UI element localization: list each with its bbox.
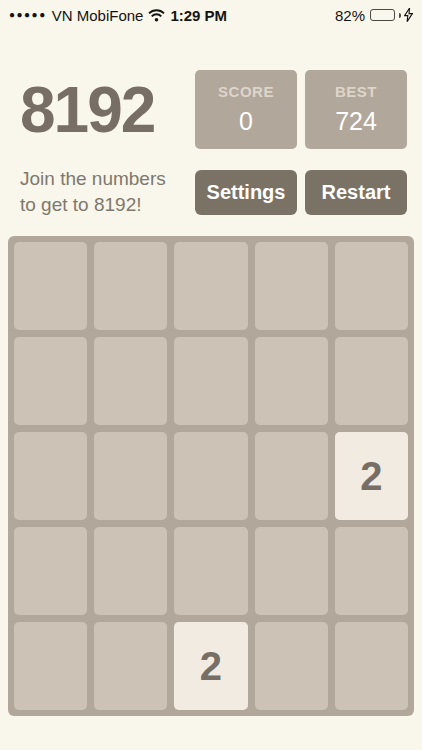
board-cell-r2c4 bbox=[255, 337, 328, 425]
sub-header: Join the numbers to get to 8192! Setting… bbox=[20, 166, 407, 218]
settings-button[interactable]: Settings bbox=[195, 170, 297, 215]
best-value: 724 bbox=[335, 107, 377, 136]
restart-button[interactable]: Restart bbox=[305, 170, 407, 215]
board-cell-r5c3: 2 bbox=[174, 622, 247, 710]
board-cell-r2c2 bbox=[94, 337, 167, 425]
board-cell-r2c1 bbox=[14, 337, 87, 425]
header: 8192 SCORE 0 BEST 724 bbox=[20, 70, 407, 149]
board-cell-r1c4 bbox=[255, 242, 328, 330]
battery-nub bbox=[399, 13, 401, 18]
instructions-line1: Join the numbers bbox=[20, 166, 166, 192]
carrier-label: VN MobiFone bbox=[52, 7, 144, 24]
score-value: 0 bbox=[239, 107, 253, 136]
signal-strength-icon: ●●●●● bbox=[9, 9, 47, 20]
board-cell-r1c5 bbox=[335, 242, 408, 330]
best-label: BEST bbox=[335, 83, 377, 100]
board-cell-r4c5 bbox=[335, 527, 408, 615]
wifi-icon bbox=[148, 9, 165, 22]
board-cell-r5c5 bbox=[335, 622, 408, 710]
board-cell-r5c1 bbox=[14, 622, 87, 710]
app-screen: ●●●●● VN MobiFone 1:29 PM 82% bbox=[0, 0, 422, 750]
board-cell-r4c2 bbox=[94, 527, 167, 615]
board-cell-r2c3 bbox=[174, 337, 247, 425]
board-cell-r5c4 bbox=[255, 622, 328, 710]
board-cell-r5c2 bbox=[94, 622, 167, 710]
battery-icon bbox=[370, 9, 395, 21]
game-board[interactable]: 22 bbox=[8, 236, 414, 716]
clock-label: 1:29 PM bbox=[170, 7, 227, 24]
board-cell-r1c2 bbox=[94, 242, 167, 330]
board-cell-r2c5 bbox=[335, 337, 408, 425]
best-box: BEST 724 bbox=[305, 70, 407, 149]
board-cell-r3c3 bbox=[174, 432, 247, 520]
board-cell-r4c3 bbox=[174, 527, 247, 615]
board-cell-r3c2 bbox=[94, 432, 167, 520]
tile-2-r3c5: 2 bbox=[335, 432, 408, 520]
page-title: 8192 bbox=[20, 78, 154, 142]
score-box: SCORE 0 bbox=[195, 70, 297, 149]
score-label: SCORE bbox=[218, 83, 274, 100]
board-cell-r3c5: 2 bbox=[335, 432, 408, 520]
board-cell-r1c3 bbox=[174, 242, 247, 330]
board-cell-r4c4 bbox=[255, 527, 328, 615]
charging-bolt-icon bbox=[404, 8, 413, 22]
status-bar: ●●●●● VN MobiFone 1:29 PM 82% bbox=[0, 0, 422, 28]
board-cell-r3c4 bbox=[255, 432, 328, 520]
board-cell-r4c1 bbox=[14, 527, 87, 615]
board-cell-r3c1 bbox=[14, 432, 87, 520]
instructions-line2: to get to 8192! bbox=[20, 192, 166, 218]
board-cell-r1c1 bbox=[14, 242, 87, 330]
tile-2-r5c3: 2 bbox=[174, 622, 247, 710]
battery-percent-label: 82% bbox=[335, 7, 365, 24]
instructions-text: Join the numbers to get to 8192! bbox=[20, 166, 166, 218]
